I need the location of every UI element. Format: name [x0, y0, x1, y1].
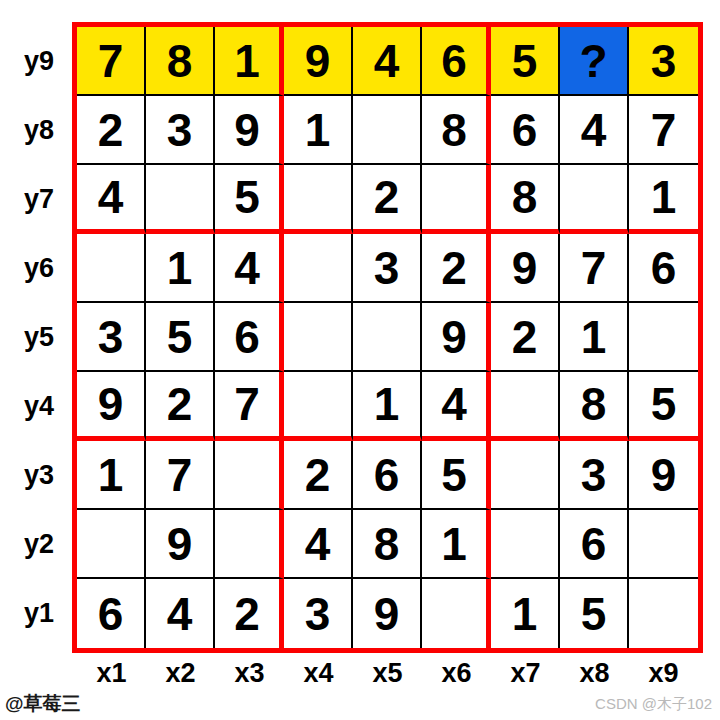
cell-x9y2 — [629, 510, 698, 579]
cell-x5y6: 3 — [353, 234, 422, 303]
cell-x9y7: 1 — [629, 165, 698, 234]
cell-x1y6 — [77, 234, 146, 303]
row-label-y1: y1 — [0, 579, 66, 648]
cell-x4y8: 1 — [284, 96, 353, 165]
col-label-x7: x7 — [491, 658, 560, 689]
cell-x1y4: 9 — [77, 372, 146, 441]
col-label-x5: x5 — [353, 658, 422, 689]
cell-x1y8: 2 — [77, 96, 146, 165]
cell-x4y5 — [284, 303, 353, 372]
col-label-x8: x8 — [560, 658, 629, 689]
cell-x8y9: ? — [560, 27, 629, 96]
cell-x5y3: 6 — [353, 441, 422, 510]
col-label-x6: x6 — [422, 658, 491, 689]
cell-x1y1: 6 — [77, 579, 146, 648]
cell-x2y4: 2 — [146, 372, 215, 441]
cell-x6y8: 8 — [422, 96, 491, 165]
cell-x7y3 — [491, 441, 560, 510]
col-label-x1: x1 — [77, 658, 146, 689]
cell-x4y3: 2 — [284, 441, 353, 510]
cell-x8y2: 6 — [560, 510, 629, 579]
col-label-x2: x2 — [146, 658, 215, 689]
cell-x6y6: 2 — [422, 234, 491, 303]
cell-x6y5: 9 — [422, 303, 491, 372]
row-label-y6: y6 — [0, 234, 66, 303]
cell-x8y5: 1 — [560, 303, 629, 372]
cell-x9y3: 9 — [629, 441, 698, 510]
col-labels: x1x2x3x4x5x6x7x8x9 — [77, 658, 698, 689]
cell-x5y5 — [353, 303, 422, 372]
cell-x3y8: 9 — [215, 96, 284, 165]
cell-x4y9: 9 — [284, 27, 353, 96]
watermark-left: @草莓三 — [5, 691, 81, 717]
cell-x3y6: 4 — [215, 234, 284, 303]
row-label-y4: y4 — [0, 372, 66, 441]
col-label-x9: x9 — [629, 658, 698, 689]
cell-x7y9: 5 — [491, 27, 560, 96]
cell-x6y2: 1 — [422, 510, 491, 579]
cell-x8y4: 8 — [560, 372, 629, 441]
cell-x7y4 — [491, 372, 560, 441]
cell-x1y5: 3 — [77, 303, 146, 372]
cell-x3y3 — [215, 441, 284, 510]
cell-x4y4 — [284, 372, 353, 441]
row-label-y2: y2 — [0, 510, 66, 579]
row-label-y9: y9 — [0, 27, 66, 96]
cell-x3y1: 2 — [215, 579, 284, 648]
cell-x1y2 — [77, 510, 146, 579]
cell-x9y1 — [629, 579, 698, 648]
cell-x2y6: 1 — [146, 234, 215, 303]
cell-x5y4: 1 — [353, 372, 422, 441]
cell-x8y1: 5 — [560, 579, 629, 648]
cell-x9y6: 6 — [629, 234, 698, 303]
row-labels: y9y8y7y6y5y4y3y2y1 — [0, 27, 66, 648]
cell-x5y1: 9 — [353, 579, 422, 648]
cell-x5y2: 8 — [353, 510, 422, 579]
cell-x8y6: 7 — [560, 234, 629, 303]
cell-x3y2 — [215, 510, 284, 579]
cell-x6y3: 5 — [422, 441, 491, 510]
cell-x1y9: 7 — [77, 27, 146, 96]
cell-x2y3: 7 — [146, 441, 215, 510]
cell-x3y5: 6 — [215, 303, 284, 372]
cell-x6y9: 6 — [422, 27, 491, 96]
cell-x7y1: 1 — [491, 579, 560, 648]
cell-x4y7 — [284, 165, 353, 234]
row-label-y5: y5 — [0, 303, 66, 372]
cell-x1y7: 4 — [77, 165, 146, 234]
row-label-y7: y7 — [0, 165, 66, 234]
row-label-y3: y3 — [0, 441, 66, 510]
cell-x8y8: 4 — [560, 96, 629, 165]
cell-x3y9: 1 — [215, 27, 284, 96]
sudoku-page: y9y8y7y6y5y4y3y2y1 7819465?3239186474528… — [0, 0, 720, 720]
cell-x5y8 — [353, 96, 422, 165]
cell-x2y7 — [146, 165, 215, 234]
cell-x1y3: 1 — [77, 441, 146, 510]
cell-x4y2: 4 — [284, 510, 353, 579]
cell-x7y8: 6 — [491, 96, 560, 165]
watermark-right: CSDN @木子102 — [595, 695, 712, 714]
cell-x4y6 — [284, 234, 353, 303]
cell-x6y1 — [422, 579, 491, 648]
cell-x5y9: 4 — [353, 27, 422, 96]
cell-x4y1: 3 — [284, 579, 353, 648]
cell-x5y7: 2 — [353, 165, 422, 234]
cell-x9y9: 3 — [629, 27, 698, 96]
cell-x2y2: 9 — [146, 510, 215, 579]
cell-x3y7: 5 — [215, 165, 284, 234]
cell-x7y6: 9 — [491, 234, 560, 303]
sudoku-board: 7819465?32391864745281143297635692192714… — [72, 22, 703, 653]
cell-x2y8: 3 — [146, 96, 215, 165]
col-label-x4: x4 — [284, 658, 353, 689]
cell-x2y1: 4 — [146, 579, 215, 648]
cell-x7y7: 8 — [491, 165, 560, 234]
cell-x2y9: 8 — [146, 27, 215, 96]
cell-x8y3: 3 — [560, 441, 629, 510]
cell-x9y5 — [629, 303, 698, 372]
cell-x2y5: 5 — [146, 303, 215, 372]
cell-x6y7 — [422, 165, 491, 234]
cell-x9y4: 5 — [629, 372, 698, 441]
cell-x8y7 — [560, 165, 629, 234]
cell-x7y2 — [491, 510, 560, 579]
cell-x9y8: 7 — [629, 96, 698, 165]
cell-x6y4: 4 — [422, 372, 491, 441]
col-label-x3: x3 — [215, 658, 284, 689]
cell-x7y5: 2 — [491, 303, 560, 372]
cell-x3y4: 7 — [215, 372, 284, 441]
row-label-y8: y8 — [0, 96, 66, 165]
